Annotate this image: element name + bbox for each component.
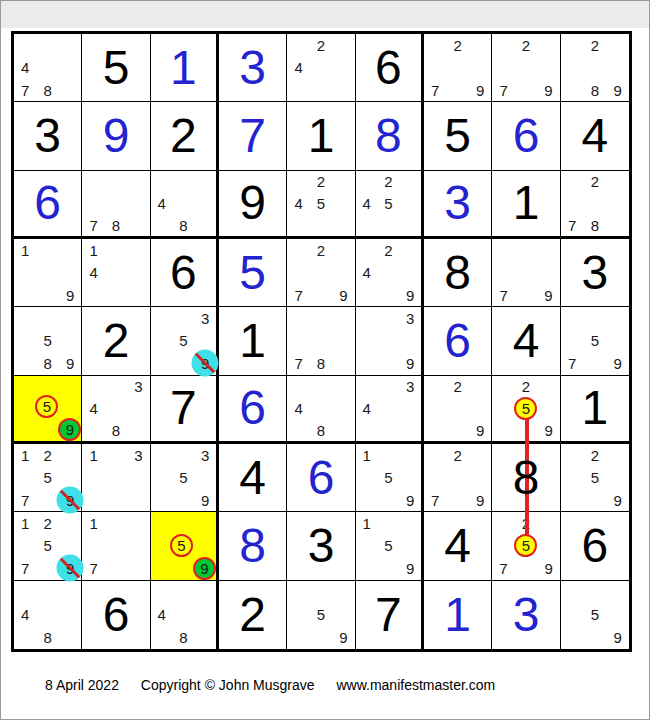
candidate-slot [492, 512, 514, 534]
candidate-slot [127, 171, 149, 193]
candidates-grid: 59 [14, 376, 81, 441]
candidate-8: 8 [112, 218, 120, 233]
candidate-slot: 1 [82, 239, 104, 261]
candidate-7: 7 [431, 493, 439, 508]
candidate-slot [310, 79, 332, 101]
cell-r5c4[interactable]: 1 [219, 307, 287, 375]
candidate-slot [399, 239, 421, 261]
candidate-slot [151, 581, 173, 604]
candidate-9-green-fill: 9 [193, 557, 216, 580]
candidates-grid: 48 [151, 171, 216, 236]
candidate-slot [35, 376, 58, 395]
candidate-slot [377, 284, 399, 306]
candidate-slot: 9 [537, 284, 559, 306]
candidate-slot [561, 626, 584, 649]
candidate-7: 7 [431, 83, 439, 98]
cell-r6c3[interactable]: 7 [151, 376, 219, 444]
candidate-slot [561, 489, 584, 511]
candidate-slot [151, 466, 173, 488]
candidate-slot [332, 397, 354, 419]
candidate-2: 2 [317, 38, 325, 53]
cell-r8c9[interactable]: 6 [561, 512, 629, 580]
cell-r5c3[interactable]: 359 [151, 307, 219, 375]
cell-r7c6[interactable]: 159 [356, 444, 424, 512]
candidate-slot [356, 557, 378, 579]
cell-r1c4[interactable]: 3 [219, 34, 287, 102]
candidate-2: 2 [522, 379, 530, 394]
candidate-slot [537, 239, 559, 261]
candidate-9-cyan-strike: 9 [66, 561, 74, 576]
candidate-slot [377, 307, 399, 329]
candidate-slot [59, 239, 81, 261]
candidate-slot: 8 [172, 626, 194, 649]
cell-r4c7[interactable]: 8 [424, 239, 492, 307]
candidates-grid: 245 [287, 171, 354, 236]
candidate-slot [399, 466, 421, 488]
candidates-grid: 78 [287, 307, 354, 374]
candidate-slot [105, 284, 127, 306]
candidate-7: 7 [499, 561, 507, 576]
candidates-grid: 79 [492, 239, 559, 306]
cell-r1c6[interactable]: 6 [356, 34, 424, 102]
candidate-slot: 2 [446, 376, 468, 398]
candidates-grid: 279 [492, 34, 559, 101]
candidate-slot [469, 34, 491, 56]
cell-r4c3[interactable]: 6 [151, 239, 219, 307]
candidate-slot: 4 [14, 56, 36, 78]
candidate-slot [492, 420, 514, 441]
candidate-5: 5 [591, 607, 599, 622]
candidate-slot [310, 397, 332, 419]
candidate-2: 2 [453, 38, 461, 53]
candidate-slot: 7 [287, 352, 309, 374]
candidate-slot [332, 307, 354, 329]
candidate-slot [287, 626, 309, 649]
candidate-slot [194, 466, 216, 488]
candidate-slot: 5 [36, 466, 58, 488]
candidate-slot [332, 34, 354, 56]
candidate-slot: 8 [583, 79, 606, 101]
cell-r1c1[interactable]: 478 [14, 34, 82, 102]
cell-r7c9[interactable]: 259 [561, 444, 629, 512]
candidates-grid: 249 [356, 239, 421, 306]
candidate-slot [105, 192, 127, 214]
candidate-slot [82, 284, 104, 306]
candidate-slot [36, 34, 58, 56]
candidate-3: 3 [201, 448, 209, 463]
cell-r2c3[interactable]: 2 [151, 102, 219, 170]
cell-r7c1[interactable]: 12579 [14, 444, 82, 512]
candidate-9: 9 [476, 423, 484, 438]
candidate-slot: 4 [151, 603, 173, 626]
cell-r2c6[interactable]: 8 [356, 102, 424, 170]
cell-r3c4[interactable]: 9 [219, 171, 287, 239]
big-digit: 3 [14, 102, 81, 169]
candidate-slot [332, 352, 354, 374]
cell-r9c2[interactable]: 6 [82, 581, 150, 649]
candidate-1: 1 [89, 243, 97, 258]
candidate-slot [82, 489, 104, 511]
cell-r3c1[interactable]: 6 [14, 171, 82, 239]
candidate-slot [151, 534, 170, 557]
candidate-slot [424, 397, 446, 419]
cell-r3c6[interactable]: 245 [356, 171, 424, 239]
candidate-slot [151, 171, 173, 193]
cell-r5c1[interactable]: 589 [14, 307, 82, 375]
candidates-grid: 279 [424, 34, 491, 101]
candidate-slot [105, 557, 127, 579]
candidate-slot [287, 330, 309, 352]
candidates-grid: 24 [287, 34, 354, 101]
candidate-slot [446, 466, 468, 488]
cell-r6c5[interactable]: 48 [287, 376, 355, 444]
cell-r1c9[interactable]: 289 [561, 34, 629, 102]
cell-r7c5[interactable]: 6 [287, 444, 355, 512]
candidate-slot [310, 284, 332, 306]
candidate-slot [59, 307, 81, 329]
candidate-2: 2 [43, 448, 51, 463]
candidate-7: 7 [294, 288, 302, 303]
cell-r1c7[interactable]: 279 [424, 34, 492, 102]
candidate-9: 9 [544, 561, 552, 576]
candidate-8: 8 [179, 218, 187, 233]
candidate-slot [194, 330, 216, 352]
candidate-slot [606, 34, 629, 56]
candidates-grid: 579 [561, 307, 629, 374]
cell-r4c6[interactable]: 249 [356, 239, 424, 307]
cell-r8c5[interactable]: 3 [287, 512, 355, 580]
candidate-slot [310, 307, 332, 329]
candidate-slot [356, 376, 378, 398]
candidate-slot [14, 352, 36, 374]
candidate-1: 1 [89, 516, 97, 531]
cell-r6c6[interactable]: 34 [356, 376, 424, 444]
candidate-9-cyan-strike: 9 [66, 493, 74, 508]
candidate-slot [36, 56, 58, 78]
cell-r2c8[interactable]: 6 [492, 102, 560, 170]
cell-r7c4[interactable]: 4 [219, 444, 287, 512]
candidate-slot: 4 [356, 192, 378, 214]
cell-r5c2[interactable]: 2 [82, 307, 150, 375]
footer-copyright: Copyright © John Musgrave [141, 677, 315, 693]
cell-r7c7[interactable]: 279 [424, 444, 492, 512]
candidates-grid: 19 [14, 239, 81, 306]
cell-r1c2[interactable]: 5 [82, 34, 150, 102]
candidate-slot [469, 466, 491, 488]
candidate-slot [14, 261, 36, 283]
candidate-slot: 4 [287, 56, 309, 78]
candidate-9: 9 [613, 630, 621, 645]
candidate-slot [105, 397, 127, 419]
candidate-slot: 1 [356, 444, 378, 466]
candidate-slot: 9 [399, 284, 421, 306]
candidate-8: 8 [591, 83, 599, 98]
big-digit: 6 [151, 239, 216, 306]
candidate-slot [105, 466, 127, 488]
candidate-8: 8 [317, 423, 325, 438]
candidate-slot [492, 261, 514, 283]
cell-r9c7[interactable]: 1 [424, 581, 492, 649]
candidate-slot [59, 626, 81, 649]
candidates-grid: 12579 [14, 444, 81, 511]
candidate-slot [105, 489, 127, 511]
candidate-slot [399, 512, 421, 534]
candidate-slot: 9 [469, 79, 491, 101]
cell-r8c3[interactable]: 59 [151, 512, 219, 580]
candidate-slot [193, 512, 216, 533]
cell-r6c4[interactable]: 6 [219, 376, 287, 444]
candidate-4: 4 [362, 401, 370, 416]
cell-r7c8[interactable]: 8 [492, 444, 560, 512]
candidate-2: 2 [591, 174, 599, 189]
candidate-slot [194, 214, 216, 236]
cell-r6c7[interactable]: 29 [424, 376, 492, 444]
candidate-slot [14, 34, 36, 56]
candidate-7: 7 [21, 561, 29, 576]
candidate-slot: 9 [399, 489, 421, 511]
cell-r5c5[interactable]: 78 [287, 307, 355, 375]
candidate-slot: 7 [424, 489, 446, 511]
candidate-9: 9 [613, 356, 621, 371]
candidate-slot [515, 56, 537, 78]
candidate-1: 1 [362, 516, 370, 531]
cell-r9c4[interactable]: 2 [219, 581, 287, 649]
candidate-slot [399, 397, 421, 419]
cell-r8c2[interactable]: 17 [82, 512, 150, 580]
candidate-slot [399, 171, 421, 193]
candidate-slot [172, 171, 194, 193]
cell-r5c8[interactable]: 4 [492, 307, 560, 375]
cell-r2c4[interactable]: 7 [219, 102, 287, 170]
candidates-grid: 279 [424, 444, 491, 511]
candidate-2: 2 [317, 243, 325, 258]
candidate-slot [59, 79, 81, 101]
candidate-slot [377, 419, 399, 441]
candidate-slot [59, 261, 81, 283]
cell-r2c5[interactable]: 1 [287, 102, 355, 170]
candidate-slot: 1 [14, 444, 36, 466]
candidate-slot: 5 [172, 466, 194, 488]
cell-r5c7[interactable]: 6 [424, 307, 492, 375]
big-digit: 7 [151, 376, 216, 441]
candidate-4: 4 [157, 607, 165, 622]
candidate-slot [446, 79, 468, 101]
cell-r4c9[interactable]: 3 [561, 239, 629, 307]
cell-r8c7[interactable]: 4 [424, 512, 492, 580]
candidate-slot [310, 261, 332, 283]
candidate-slot [310, 214, 332, 236]
candidate-slot [151, 626, 173, 649]
cell-r8c1[interactable]: 12579 [14, 512, 82, 580]
cell-r8c4[interactable]: 8 [219, 512, 287, 580]
cell-r7c3[interactable]: 359 [151, 444, 219, 512]
candidate-5: 5 [317, 196, 325, 211]
cell-r1c3[interactable]: 1 [151, 34, 219, 102]
big-digit: 7 [219, 102, 286, 169]
candidate-3: 3 [134, 448, 142, 463]
candidate-slot [583, 626, 606, 649]
candidate-4: 4 [362, 196, 370, 211]
cell-r3c7[interactable]: 3 [424, 171, 492, 239]
big-digit: 6 [356, 34, 421, 101]
candidate-slot [287, 171, 309, 193]
candidate-slot [356, 535, 378, 557]
candidate-slot [399, 261, 421, 283]
candidate-slot: 9 [193, 557, 216, 580]
cell-r9c1[interactable]: 48 [14, 581, 82, 649]
footer: 8 April 2022 Copyright © John Musgrave w… [45, 677, 495, 693]
candidate-5: 5 [179, 333, 187, 348]
candidate-slot [561, 444, 584, 466]
cell-r5c9[interactable]: 579 [561, 307, 629, 375]
candidate-slot [194, 603, 216, 626]
big-digit: 6 [219, 376, 286, 441]
candidate-slot [82, 376, 104, 398]
cell-r8c6[interactable]: 159 [356, 512, 424, 580]
candidate-slot [377, 261, 399, 283]
candidate-slot: 2 [446, 444, 468, 466]
candidate-slot: 5 [35, 395, 58, 418]
candidate-slot [127, 535, 149, 557]
cell-r2c7[interactable]: 5 [424, 102, 492, 170]
cell-r3c8[interactable]: 1 [492, 171, 560, 239]
candidate-7: 7 [294, 356, 302, 371]
candidates-grid: 159 [356, 512, 421, 579]
big-digit: 3 [561, 239, 629, 306]
candidate-slot: 4 [82, 397, 104, 419]
candidate-slot: 5 [514, 397, 537, 420]
candidate-slot: 7 [424, 79, 446, 101]
candidate-slot: 9 [58, 418, 81, 441]
candidate-slot [561, 79, 584, 101]
candidate-5: 5 [43, 333, 51, 348]
cell-r1c5[interactable]: 24 [287, 34, 355, 102]
candidate-slot [332, 192, 354, 214]
big-digit: 6 [82, 581, 149, 649]
candidate-9: 9 [66, 356, 74, 371]
candidate-8: 8 [112, 423, 120, 438]
candidate-slot: 2 [310, 171, 332, 193]
candidate-slot [127, 192, 149, 214]
cell-r4c8[interactable]: 79 [492, 239, 560, 307]
candidate-slot [399, 192, 421, 214]
candidate-slot [537, 34, 559, 56]
cell-r4c4[interactable]: 5 [219, 239, 287, 307]
candidate-slot [36, 261, 58, 283]
candidate-slot [105, 444, 127, 466]
candidate-slot [606, 330, 629, 352]
big-digit: 1 [561, 376, 629, 441]
cell-r6c2[interactable]: 348 [82, 376, 150, 444]
cell-r4c1[interactable]: 19 [14, 239, 82, 307]
cell-r3c2[interactable]: 78 [82, 171, 150, 239]
candidates-grid: 48 [151, 581, 216, 649]
cell-r7c2[interactable]: 13 [82, 444, 150, 512]
candidate-1: 1 [21, 516, 29, 531]
candidate-2: 2 [317, 174, 325, 189]
cell-r4c2[interactable]: 14 [82, 239, 150, 307]
candidate-4: 4 [89, 401, 97, 416]
cell-r1c8[interactable]: 279 [492, 34, 560, 102]
candidate-slot [127, 489, 149, 511]
candidate-slot [127, 466, 149, 488]
candidate-slot [606, 466, 629, 488]
candidate-slot [561, 192, 584, 214]
candidate-2: 2 [591, 448, 599, 463]
candidate-slot: 1 [14, 239, 36, 261]
candidate-slot [105, 535, 127, 557]
cell-r9c5[interactable]: 59 [287, 581, 355, 649]
cell-r6c1[interactable]: 59 [14, 376, 82, 444]
cell-r9c9[interactable]: 59 [561, 581, 629, 649]
candidate-slot [82, 535, 104, 557]
candidate-slot [287, 214, 309, 236]
candidate-slot [170, 557, 193, 580]
cell-r3c3[interactable]: 48 [151, 171, 219, 239]
cell-r3c5[interactable]: 245 [287, 171, 355, 239]
candidate-slot [332, 261, 354, 283]
candidate-slot [583, 192, 606, 214]
cell-r9c6[interactable]: 7 [356, 581, 424, 649]
cell-r2c2[interactable]: 9 [82, 102, 150, 170]
candidate-slot: 9 [537, 420, 559, 441]
candidate-slot [537, 512, 559, 534]
candidate-slot: 4 [82, 261, 104, 283]
candidate-slot [287, 603, 309, 626]
candidate-slot [492, 397, 514, 420]
candidate-slot [127, 284, 149, 306]
candidate-slot: 5 [172, 330, 194, 352]
candidate-slot: 4 [356, 397, 378, 419]
candidate-slot [424, 34, 446, 56]
candidate-slot: 1 [82, 444, 104, 466]
candidate-slot [14, 418, 35, 441]
cell-r2c1[interactable]: 3 [14, 102, 82, 170]
cell-r5c6[interactable]: 39 [356, 307, 424, 375]
cell-r4c5[interactable]: 279 [287, 239, 355, 307]
big-digit: 9 [219, 171, 286, 236]
big-digit: 8 [356, 102, 421, 169]
candidate-slot [399, 419, 421, 441]
candidate-slot: 7 [492, 557, 514, 579]
candidate-slot [515, 284, 537, 306]
candidate-slot: 5 [514, 534, 537, 557]
candidate-slot [194, 171, 216, 193]
candidate-slot: 5 [377, 535, 399, 557]
candidate-slot [492, 376, 514, 397]
cell-r3c9[interactable]: 278 [561, 171, 629, 239]
candidate-slot [36, 284, 58, 306]
candidate-5-yellow-fill: 5 [514, 397, 537, 420]
cell-r9c3[interactable]: 48 [151, 581, 219, 649]
candidate-slot [469, 376, 491, 398]
big-digit: 2 [82, 307, 149, 374]
candidate-slot: 5 [377, 466, 399, 488]
candidate-9: 9 [339, 288, 347, 303]
candidate-slot: 7 [14, 489, 36, 511]
cell-r6c9[interactable]: 1 [561, 376, 629, 444]
candidate-5: 5 [384, 538, 392, 553]
candidate-slot [356, 330, 378, 352]
candidate-slot [606, 581, 629, 604]
cell-r9c8[interactable]: 3 [492, 581, 560, 649]
candidate-slot [606, 214, 629, 236]
candidate-slot: 3 [194, 444, 216, 466]
cell-r2c9[interactable]: 4 [561, 102, 629, 170]
candidates-grid: 359 [151, 307, 216, 374]
candidate-5-red-ring: 5 [170, 534, 193, 557]
candidates-grid: 478 [14, 34, 81, 101]
